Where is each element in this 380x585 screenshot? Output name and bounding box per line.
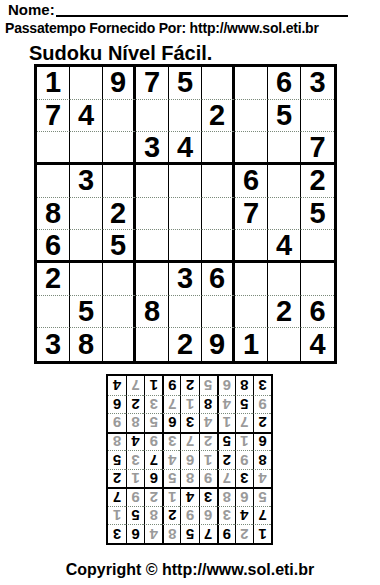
provided-by-text: Passatempo Fornecido Por: http://www.sol… [5, 20, 319, 36]
solution-cell-r3c9: 7 [108, 487, 126, 506]
solution-cell-r6c8: 4 [126, 432, 144, 451]
cell-r8c9: 6 [301, 296, 334, 329]
solution-cell-r2c4: 6 [199, 506, 217, 525]
cell-r7c2[interactable] [70, 263, 103, 296]
solution-cell-r7c5: 3 [180, 413, 198, 432]
solution-cell-r8c5: 1 [180, 395, 198, 414]
name-blank-line [56, 2, 348, 17]
solution-cell-r3c2: 6 [235, 487, 253, 506]
solution-cell-r1c2: 2 [235, 524, 253, 543]
copyright-text: Copyright © http://www.sol.eti.br [0, 561, 380, 579]
cell-r5c1: 8 [37, 198, 70, 231]
cell-r3c2[interactable] [70, 132, 103, 165]
solution-cell-r6c6: 3 [162, 432, 180, 451]
solution-cell-r6c3: 5 [217, 432, 235, 451]
solution-cell-r6c2: 1 [235, 432, 253, 451]
solution-cell-r1c8: 6 [126, 524, 144, 543]
cell-r3c4: 3 [136, 132, 169, 165]
solution-cell-r7c1: 2 [253, 413, 271, 432]
solution-cell-r1c6: 8 [162, 524, 180, 543]
cell-r9c8[interactable] [268, 328, 301, 361]
cell-r2c2: 4 [70, 100, 103, 133]
cell-r2c6: 2 [202, 100, 235, 133]
solution-cell-r9c6: 9 [162, 376, 180, 395]
cell-r6c2[interactable] [70, 230, 103, 263]
cell-r1c8: 6 [268, 67, 301, 100]
cell-r1c4: 7 [136, 67, 169, 100]
solution-cell-r3c5: 4 [180, 487, 198, 506]
cell-r6c5[interactable] [169, 230, 202, 263]
sudoku-worksheet-page: Nome: Passatempo Fornecido Por: http://w… [0, 0, 380, 585]
cell-r7c3[interactable] [103, 263, 136, 296]
solution-cell-r4c1: 4 [253, 469, 271, 488]
cell-r7c4[interactable] [136, 263, 169, 296]
solution-cell-r7c6: 6 [162, 413, 180, 432]
solution-cell-r8c7: 3 [144, 395, 162, 414]
solution-grid-rotated: 1297584637436928515683412974379856128921… [106, 374, 273, 545]
solution-cell-r7c2: 7 [235, 413, 253, 432]
solution-cell-r4c5: 8 [180, 469, 198, 488]
cell-r6c6[interactable] [202, 230, 235, 263]
solution-cell-r2c8: 5 [126, 506, 144, 525]
solution-cell-r2c7: 8 [144, 506, 162, 525]
cell-r4c9: 2 [301, 165, 334, 198]
cell-r4c3[interactable] [103, 165, 136, 198]
cell-r6c8: 4 [268, 230, 301, 263]
solution-cell-r2c3: 3 [217, 506, 235, 525]
cell-r8c7[interactable] [235, 296, 268, 329]
solution-cell-r3c6: 1 [162, 487, 180, 506]
solution-cell-r4c9: 2 [108, 469, 126, 488]
cell-r4c4[interactable] [136, 165, 169, 198]
solution-cell-r8c6: 7 [162, 395, 180, 414]
cell-r1c2[interactable] [70, 67, 103, 100]
solution-cell-r3c7: 2 [144, 487, 162, 506]
cell-r4c1[interactable] [37, 165, 70, 198]
cell-r7c9[interactable] [301, 263, 334, 296]
cell-r6c1: 6 [37, 230, 70, 263]
cell-r9c3[interactable] [103, 328, 136, 361]
cell-r7c6: 6 [202, 263, 235, 296]
cell-r5c5[interactable] [169, 198, 202, 231]
solution-cell-r7c8: 8 [126, 413, 144, 432]
cell-r1c9: 3 [301, 67, 334, 100]
solution-cell-r6c1: 6 [253, 432, 271, 451]
cell-r9c2: 8 [70, 328, 103, 361]
solution-cell-r6c9: 8 [108, 432, 126, 451]
cell-r4c5[interactable] [169, 165, 202, 198]
cell-r3c5: 4 [169, 132, 202, 165]
solution-cell-r2c9: 1 [108, 506, 126, 525]
cell-r9c5: 2 [169, 328, 202, 361]
cell-r5c7: 7 [235, 198, 268, 231]
cell-r4c2: 3 [70, 165, 103, 198]
cell-r8c1[interactable] [37, 296, 70, 329]
cell-r9c1: 3 [37, 328, 70, 361]
solution-cell-r7c3: 1 [217, 413, 235, 432]
solution-cell-r3c8: 9 [126, 487, 144, 506]
solution-cell-r7c7: 5 [144, 413, 162, 432]
cell-r8c6[interactable] [202, 296, 235, 329]
solution-cell-r4c6: 5 [162, 469, 180, 488]
cell-r9c9: 4 [301, 328, 334, 361]
cell-r3c3[interactable] [103, 132, 136, 165]
cell-r6c7[interactable] [235, 230, 268, 263]
cell-r1c1: 1 [37, 67, 70, 100]
cell-r4c7: 6 [235, 165, 268, 198]
cell-r3c9: 7 [301, 132, 334, 165]
name-row: Nome: [8, 2, 348, 17]
cell-r1c3: 9 [103, 67, 136, 100]
solution-cell-r4c8: 1 [126, 469, 144, 488]
solution-cell-r4c3: 7 [217, 469, 235, 488]
solution-cell-r5c2: 9 [235, 450, 253, 469]
solution-cell-r5c1: 8 [253, 450, 271, 469]
cell-r7c7[interactable] [235, 263, 268, 296]
solution-cell-r3c1: 5 [253, 487, 271, 506]
sudoku-grid: 197563742534736282756542365826382914 [34, 64, 337, 364]
solution-cell-r1c1: 1 [253, 524, 271, 543]
cell-r2c4[interactable] [136, 100, 169, 133]
solution-cell-r5c3: 2 [217, 450, 235, 469]
cell-r4c6[interactable] [202, 165, 235, 198]
cell-r2c8: 5 [268, 100, 301, 133]
cell-r1c6[interactable] [202, 67, 235, 100]
solution-cell-r2c1: 7 [253, 506, 271, 525]
cell-r7c5: 3 [169, 263, 202, 296]
cell-r6c3: 5 [103, 230, 136, 263]
cell-r5c8[interactable] [268, 198, 301, 231]
solution-cell-r1c5: 5 [180, 524, 198, 543]
solution-cell-r9c4: 5 [199, 376, 217, 395]
solution-cell-r4c7: 6 [144, 469, 162, 488]
cell-r1c7[interactable] [235, 67, 268, 100]
solution-cell-r8c9: 6 [108, 395, 126, 414]
cell-r2c9[interactable] [301, 100, 334, 133]
cell-r8c2: 5 [70, 296, 103, 329]
solution-cell-r8c2: 5 [235, 395, 253, 414]
cell-r5c3: 2 [103, 198, 136, 231]
solution-cell-r2c2: 4 [235, 506, 253, 525]
solution-cell-r9c8: 7 [126, 376, 144, 395]
cell-r1c5: 5 [169, 67, 202, 100]
solution-cell-r2c6: 2 [162, 506, 180, 525]
cell-r6c9[interactable] [301, 230, 334, 263]
cell-r6c4[interactable] [136, 230, 169, 263]
cell-r7c8[interactable] [268, 263, 301, 296]
solution-cell-r9c1: 3 [253, 376, 271, 395]
solution-cell-r4c4: 9 [199, 469, 217, 488]
solution-cell-r8c4: 8 [199, 395, 217, 414]
cell-r9c6: 9 [202, 328, 235, 361]
solution-cell-r8c3: 4 [217, 395, 235, 414]
cell-r5c4[interactable] [136, 198, 169, 231]
cell-r8c8: 2 [268, 296, 301, 329]
solution-cell-r3c4: 3 [199, 487, 217, 506]
solution-cell-r5c5: 6 [180, 450, 198, 469]
solution-cell-r3c3: 8 [217, 487, 235, 506]
cell-r9c4[interactable] [136, 328, 169, 361]
solution-cell-r9c5: 2 [180, 376, 198, 395]
cell-r2c1: 7 [37, 100, 70, 133]
cell-r3c1[interactable] [37, 132, 70, 165]
solution-cell-r5c9: 5 [108, 450, 126, 469]
solution-cell-r1c7: 4 [144, 524, 162, 543]
solution-cell-r4c2: 3 [235, 469, 253, 488]
solution-cell-r5c8: 3 [126, 450, 144, 469]
name-label: Nome: [8, 2, 55, 17]
solution-cell-r2c5: 9 [180, 506, 198, 525]
solution-cell-r1c9: 3 [108, 524, 126, 543]
solution-cell-r8c1: 9 [253, 395, 271, 414]
solution-cell-r9c2: 8 [235, 376, 253, 395]
solution-cell-r9c3: 6 [217, 376, 235, 395]
solution-cell-r9c9: 4 [108, 376, 126, 395]
cell-r2c3[interactable] [103, 100, 136, 133]
solution-cell-r6c5: 7 [180, 432, 198, 451]
cell-r3c8[interactable] [268, 132, 301, 165]
cell-r3c6[interactable] [202, 132, 235, 165]
solution-cell-r1c3: 9 [217, 524, 235, 543]
cell-r5c9: 5 [301, 198, 334, 231]
solution-cell-r6c7: 9 [144, 432, 162, 451]
cell-r8c5[interactable] [169, 296, 202, 329]
solution-cell-r5c4: 1 [199, 450, 217, 469]
solution-cell-r9c7: 1 [144, 376, 162, 395]
solution-cell-r7c4: 4 [199, 413, 217, 432]
solution-cell-r5c6: 4 [162, 450, 180, 469]
solution-cell-r5c7: 7 [144, 450, 162, 469]
cell-r8c3[interactable] [103, 296, 136, 329]
cell-r5c6[interactable] [202, 198, 235, 231]
cell-r7c1: 2 [37, 263, 70, 296]
cell-r5c2[interactable] [70, 198, 103, 231]
solution-cell-r1c4: 7 [199, 524, 217, 543]
cell-r2c5[interactable] [169, 100, 202, 133]
solution-cell-r7c9: 9 [108, 413, 126, 432]
puzzle-title: Sudoku Nível Fácil. [29, 42, 212, 65]
solution-cell-r6c4: 2 [199, 432, 217, 451]
solution-cell-r8c8: 2 [126, 395, 144, 414]
cell-r2c7[interactable] [235, 100, 268, 133]
cell-r8c4: 8 [136, 296, 169, 329]
cell-r3c7[interactable] [235, 132, 268, 165]
cell-r9c7: 1 [235, 328, 268, 361]
cell-r4c8[interactable] [268, 165, 301, 198]
